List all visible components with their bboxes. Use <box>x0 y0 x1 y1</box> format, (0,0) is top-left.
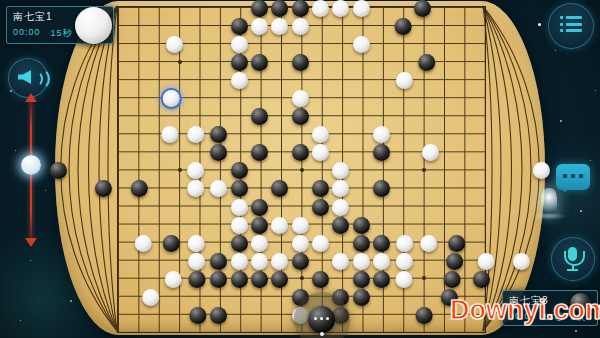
intersection[interactable] <box>188 286 208 304</box>
intersection[interactable] <box>290 51 310 69</box>
intersection[interactable] <box>229 304 249 322</box>
intersection[interactable] <box>412 159 432 177</box>
intersection[interactable] <box>351 105 371 123</box>
intersection[interactable] <box>473 69 493 87</box>
intersection[interactable] <box>168 105 188 123</box>
intersection[interactable] <box>168 15 188 33</box>
intersection[interactable] <box>433 33 453 51</box>
intersection[interactable] <box>351 304 371 322</box>
intersection[interactable] <box>107 214 127 232</box>
intersection[interactable] <box>392 15 412 33</box>
intersection[interactable] <box>229 268 249 286</box>
intersection[interactable] <box>168 141 188 159</box>
intersection[interactable] <box>188 304 208 322</box>
intersection[interactable] <box>229 214 249 232</box>
intersection[interactable] <box>107 51 127 69</box>
intersection[interactable] <box>107 322 127 338</box>
intersection[interactable] <box>249 177 269 195</box>
intersection[interactable] <box>208 268 228 286</box>
intersection[interactable] <box>371 232 391 250</box>
intersection[interactable] <box>412 304 432 322</box>
intersection[interactable] <box>270 286 290 304</box>
intersection[interactable] <box>290 159 310 177</box>
intersection[interactable] <box>290 232 310 250</box>
intersection[interactable] <box>290 69 310 87</box>
intersection[interactable] <box>208 196 228 214</box>
intersection[interactable] <box>270 87 290 105</box>
intersection[interactable] <box>270 159 290 177</box>
intersection[interactable] <box>229 123 249 141</box>
intersection[interactable] <box>473 214 493 232</box>
intersection[interactable] <box>147 286 167 304</box>
intersection[interactable] <box>310 123 330 141</box>
intersection[interactable] <box>412 196 432 214</box>
intersection[interactable] <box>412 15 432 33</box>
intersection[interactable] <box>188 105 208 123</box>
intersection[interactable] <box>331 87 351 105</box>
intersection[interactable] <box>412 232 432 250</box>
intersection[interactable] <box>392 250 412 268</box>
intersection[interactable] <box>473 105 493 123</box>
intersection[interactable] <box>249 214 269 232</box>
intersection[interactable] <box>249 69 269 87</box>
intersection[interactable] <box>249 250 269 268</box>
intersection[interactable] <box>127 123 147 141</box>
intersection[interactable] <box>127 105 147 123</box>
intersection[interactable] <box>331 159 351 177</box>
intersection[interactable] <box>188 268 208 286</box>
intersection[interactable] <box>453 232 473 250</box>
intersection[interactable] <box>453 141 473 159</box>
intersection[interactable] <box>310 141 330 159</box>
intersection[interactable] <box>310 87 330 105</box>
intersection[interactable] <box>270 232 290 250</box>
intersection[interactable] <box>229 105 249 123</box>
intersection[interactable] <box>290 123 310 141</box>
intersection[interactable] <box>188 141 208 159</box>
intersection[interactable] <box>392 105 412 123</box>
intersection[interactable] <box>188 232 208 250</box>
intersection[interactable] <box>188 123 208 141</box>
intersection[interactable] <box>453 69 473 87</box>
intersection[interactable] <box>208 123 228 141</box>
intersection[interactable] <box>351 87 371 105</box>
intersection[interactable] <box>127 33 147 51</box>
intersection[interactable] <box>270 141 290 159</box>
intersection[interactable] <box>453 159 473 177</box>
intersection[interactable] <box>208 51 228 69</box>
intersection[interactable] <box>351 322 371 338</box>
intersection[interactable] <box>249 286 269 304</box>
intersection[interactable] <box>290 33 310 51</box>
intersection[interactable] <box>371 123 391 141</box>
intersection[interactable] <box>229 159 249 177</box>
intersection[interactable] <box>188 177 208 195</box>
intersection[interactable] <box>331 268 351 286</box>
intersection[interactable] <box>168 268 188 286</box>
intersection[interactable] <box>249 87 269 105</box>
intersection[interactable] <box>453 33 473 51</box>
intersection[interactable] <box>392 141 412 159</box>
intersection[interactable] <box>412 69 432 87</box>
intersection[interactable] <box>473 177 493 195</box>
voice-button[interactable] <box>551 237 595 281</box>
intersection[interactable] <box>168 196 188 214</box>
intersection[interactable] <box>392 87 412 105</box>
intersection[interactable] <box>290 268 310 286</box>
intersection[interactable] <box>433 159 453 177</box>
intersection[interactable] <box>249 322 269 338</box>
intersection[interactable] <box>433 69 453 87</box>
intersection[interactable] <box>208 214 228 232</box>
intersection[interactable] <box>208 141 228 159</box>
intersection[interactable] <box>107 268 127 286</box>
intersection[interactable] <box>453 105 473 123</box>
intersection[interactable] <box>351 69 371 87</box>
intersection[interactable] <box>208 105 228 123</box>
camera-tilt-slider[interactable] <box>22 95 40 245</box>
intersection[interactable] <box>392 177 412 195</box>
intersection[interactable] <box>290 214 310 232</box>
intersection[interactable] <box>310 250 330 268</box>
intersection[interactable] <box>127 15 147 33</box>
intersection[interactable] <box>168 51 188 69</box>
intersection[interactable] <box>310 69 330 87</box>
intersection[interactable] <box>107 232 127 250</box>
intersection[interactable] <box>371 286 391 304</box>
intersection[interactable] <box>147 51 167 69</box>
intersection[interactable] <box>147 15 167 33</box>
intersection[interactable] <box>168 322 188 338</box>
intersection[interactable] <box>290 0 310 15</box>
intersection[interactable] <box>371 69 391 87</box>
intersection[interactable] <box>331 232 351 250</box>
slider-handle[interactable] <box>21 155 41 175</box>
intersection[interactable] <box>310 159 330 177</box>
intersection[interactable] <box>107 141 127 159</box>
intersection[interactable] <box>371 177 391 195</box>
intersection[interactable] <box>208 177 228 195</box>
intersection[interactable] <box>433 141 453 159</box>
intersection[interactable] <box>351 0 371 15</box>
menu-button[interactable] <box>548 3 594 49</box>
intersection[interactable] <box>371 105 391 123</box>
intersection[interactable] <box>127 141 147 159</box>
intersection[interactable] <box>331 69 351 87</box>
intersection[interactable] <box>473 51 493 69</box>
intersection[interactable] <box>229 141 249 159</box>
intersection[interactable] <box>188 250 208 268</box>
intersection[interactable] <box>107 105 127 123</box>
intersection[interactable] <box>412 0 432 15</box>
intersection[interactable] <box>127 196 147 214</box>
intersection[interactable] <box>249 123 269 141</box>
intersection[interactable] <box>249 196 269 214</box>
intersection[interactable] <box>392 232 412 250</box>
intersection[interactable] <box>208 232 228 250</box>
intersection[interactable] <box>290 141 310 159</box>
intersection[interactable] <box>147 196 167 214</box>
intersection[interactable] <box>310 232 330 250</box>
intersection[interactable] <box>188 15 208 33</box>
intersection[interactable] <box>351 232 371 250</box>
intersection[interactable] <box>229 286 249 304</box>
intersection[interactable] <box>331 214 351 232</box>
intersection[interactable] <box>412 87 432 105</box>
intersection[interactable] <box>433 196 453 214</box>
intersection[interactable] <box>392 322 412 338</box>
intersection[interactable] <box>351 196 371 214</box>
intersection[interactable] <box>433 214 453 232</box>
intersection[interactable] <box>371 322 391 338</box>
intersection[interactable] <box>188 0 208 15</box>
intersection[interactable] <box>249 159 269 177</box>
intersection[interactable] <box>249 304 269 322</box>
intersection[interactable] <box>351 141 371 159</box>
intersection[interactable] <box>127 51 147 69</box>
intersection[interactable] <box>433 0 453 15</box>
intersection[interactable] <box>412 141 432 159</box>
intersection[interactable] <box>453 250 473 268</box>
intersection[interactable] <box>473 33 493 51</box>
intersection[interactable] <box>331 105 351 123</box>
intersection[interactable] <box>168 250 188 268</box>
intersection[interactable] <box>270 304 290 322</box>
intersection[interactable] <box>249 105 269 123</box>
intersection[interactable] <box>371 0 391 15</box>
intersection[interactable] <box>310 15 330 33</box>
intersection[interactable] <box>392 0 412 15</box>
intersection[interactable] <box>107 196 127 214</box>
intersection[interactable] <box>310 0 330 15</box>
intersection[interactable] <box>331 33 351 51</box>
intersection[interactable] <box>208 69 228 87</box>
intersection[interactable] <box>412 268 432 286</box>
intersection[interactable] <box>147 33 167 51</box>
intersection[interactable] <box>433 177 453 195</box>
intersection[interactable] <box>453 196 473 214</box>
intersection[interactable] <box>392 196 412 214</box>
intersection[interactable] <box>433 232 453 250</box>
intersection[interactable] <box>107 304 127 322</box>
intersection[interactable] <box>270 196 290 214</box>
intersection[interactable] <box>270 69 290 87</box>
go-board-grid[interactable] <box>107 0 494 338</box>
intersection[interactable] <box>147 105 167 123</box>
intersection[interactable] <box>351 123 371 141</box>
intersection[interactable] <box>270 123 290 141</box>
intersection[interactable] <box>270 322 290 338</box>
intersection[interactable] <box>310 196 330 214</box>
intersection[interactable] <box>392 51 412 69</box>
intersection[interactable] <box>168 304 188 322</box>
intersection[interactable] <box>168 87 188 105</box>
intersection[interactable] <box>392 69 412 87</box>
intersection[interactable] <box>331 196 351 214</box>
intersection[interactable] <box>453 177 473 195</box>
intersection[interactable] <box>208 250 228 268</box>
intersection[interactable] <box>127 268 147 286</box>
intersection[interactable] <box>147 177 167 195</box>
intersection[interactable] <box>433 250 453 268</box>
intersection[interactable] <box>331 0 351 15</box>
intersection[interactable] <box>290 87 310 105</box>
intersection[interactable] <box>473 268 493 286</box>
intersection[interactable] <box>473 123 493 141</box>
intersection[interactable] <box>371 196 391 214</box>
intersection[interactable] <box>188 33 208 51</box>
intersection[interactable] <box>412 177 432 195</box>
intersection[interactable] <box>127 159 147 177</box>
intersection[interactable] <box>127 214 147 232</box>
intersection[interactable] <box>331 141 351 159</box>
intersection[interactable] <box>208 15 228 33</box>
intersection[interactable] <box>249 33 269 51</box>
intersection[interactable] <box>351 51 371 69</box>
intersection[interactable] <box>270 15 290 33</box>
intersection[interactable] <box>392 304 412 322</box>
intersection[interactable] <box>310 214 330 232</box>
intersection[interactable] <box>371 250 391 268</box>
intersection[interactable] <box>168 214 188 232</box>
intersection[interactable] <box>412 286 432 304</box>
intersection[interactable] <box>188 214 208 232</box>
sound-button[interactable] <box>8 58 48 98</box>
intersection[interactable] <box>147 304 167 322</box>
intersection[interactable] <box>229 51 249 69</box>
intersection[interactable] <box>351 159 371 177</box>
intersection[interactable] <box>168 123 188 141</box>
intersection[interactable] <box>188 322 208 338</box>
intersection[interactable] <box>270 0 290 15</box>
intersection[interactable] <box>270 33 290 51</box>
intersection[interactable] <box>371 51 391 69</box>
intersection[interactable] <box>310 177 330 195</box>
intersection[interactable] <box>473 0 493 15</box>
intersection[interactable] <box>310 268 330 286</box>
intersection[interactable] <box>453 123 473 141</box>
intersection[interactable] <box>208 33 228 51</box>
intersection[interactable] <box>412 322 432 338</box>
intersection[interactable] <box>249 0 269 15</box>
intersection[interactable] <box>473 87 493 105</box>
intersection[interactable] <box>229 322 249 338</box>
intersection[interactable] <box>351 268 371 286</box>
intersection[interactable] <box>371 159 391 177</box>
intersection[interactable] <box>249 141 269 159</box>
intersection[interactable] <box>147 159 167 177</box>
intersection[interactable] <box>473 232 493 250</box>
intersection[interactable] <box>473 141 493 159</box>
intersection[interactable] <box>229 87 249 105</box>
intersection[interactable] <box>107 123 127 141</box>
intersection[interactable] <box>473 196 493 214</box>
intersection[interactable] <box>433 87 453 105</box>
intersection[interactable] <box>229 196 249 214</box>
intersection[interactable] <box>168 33 188 51</box>
intersection[interactable] <box>473 15 493 33</box>
intersection[interactable] <box>229 15 249 33</box>
intersection[interactable] <box>371 141 391 159</box>
intersection[interactable] <box>392 33 412 51</box>
intersection[interactable] <box>107 159 127 177</box>
intersection[interactable] <box>453 87 473 105</box>
intersection[interactable] <box>371 304 391 322</box>
intersection[interactable] <box>168 159 188 177</box>
intersection[interactable] <box>392 268 412 286</box>
intersection[interactable] <box>127 0 147 15</box>
intersection[interactable] <box>147 141 167 159</box>
intersection[interactable] <box>229 69 249 87</box>
intersection[interactable] <box>331 51 351 69</box>
intersection[interactable] <box>168 232 188 250</box>
intersection[interactable] <box>208 286 228 304</box>
intersection[interactable] <box>270 250 290 268</box>
intersection[interactable] <box>147 0 167 15</box>
intersection[interactable] <box>331 15 351 33</box>
intersection[interactable] <box>270 177 290 195</box>
intersection[interactable] <box>107 250 127 268</box>
intersection[interactable] <box>188 159 208 177</box>
intersection[interactable] <box>127 69 147 87</box>
intersection[interactable] <box>433 51 453 69</box>
intersection[interactable] <box>188 196 208 214</box>
intersection[interactable] <box>453 51 473 69</box>
intersection[interactable] <box>412 250 432 268</box>
intersection[interactable] <box>229 0 249 15</box>
intersection[interactable] <box>412 51 432 69</box>
intersection[interactable] <box>433 268 453 286</box>
intersection[interactable] <box>310 105 330 123</box>
intersection[interactable] <box>453 268 473 286</box>
intersection[interactable] <box>249 15 269 33</box>
intersection[interactable] <box>371 33 391 51</box>
intersection[interactable] <box>147 214 167 232</box>
intersection[interactable] <box>208 0 228 15</box>
intersection[interactable] <box>188 51 208 69</box>
intersection[interactable] <box>310 33 330 51</box>
intersection[interactable] <box>412 33 432 51</box>
intersection[interactable] <box>147 250 167 268</box>
intersection[interactable] <box>351 214 371 232</box>
intersection[interactable] <box>433 15 453 33</box>
intersection[interactable] <box>392 159 412 177</box>
intersection[interactable] <box>453 0 473 15</box>
intersection[interactable] <box>433 105 453 123</box>
intersection[interactable] <box>453 214 473 232</box>
intersection[interactable] <box>249 268 269 286</box>
intersection[interactable] <box>107 69 127 87</box>
intersection[interactable] <box>392 123 412 141</box>
intersection[interactable] <box>229 232 249 250</box>
intersection[interactable] <box>473 159 493 177</box>
intersection[interactable] <box>249 232 269 250</box>
intersection[interactable] <box>351 177 371 195</box>
chat-button[interactable] <box>556 164 590 190</box>
intersection[interactable] <box>473 250 493 268</box>
intersection[interactable] <box>290 105 310 123</box>
intersection[interactable] <box>188 87 208 105</box>
intersection[interactable] <box>147 69 167 87</box>
intersection[interactable] <box>127 304 147 322</box>
intersection[interactable] <box>412 105 432 123</box>
intersection[interactable] <box>351 286 371 304</box>
intersection[interactable] <box>127 87 147 105</box>
intersection[interactable] <box>310 51 330 69</box>
intersection[interactable] <box>331 123 351 141</box>
intersection[interactable] <box>270 51 290 69</box>
intersection[interactable] <box>270 105 290 123</box>
